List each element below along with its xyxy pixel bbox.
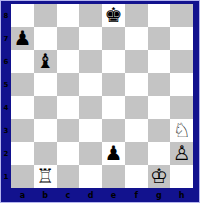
square-d8[interactable]: [79, 4, 102, 27]
square-a1[interactable]: [11, 165, 34, 188]
square-f8[interactable]: [125, 4, 148, 27]
square-h2[interactable]: ♙: [170, 142, 193, 165]
file-label-h: h: [170, 188, 193, 202]
square-e2[interactable]: ♟: [102, 142, 125, 165]
black-pawn-piece[interactable]: ♟: [13, 27, 31, 50]
white-rook-piece[interactable]: ♖: [36, 165, 54, 188]
square-a6[interactable]: [11, 50, 34, 73]
square-g4[interactable]: [148, 96, 171, 119]
square-e8[interactable]: ♚: [102, 4, 125, 27]
square-h4[interactable]: [170, 96, 193, 119]
square-b4[interactable]: [34, 96, 57, 119]
square-h3[interactable]: ♘: [170, 119, 193, 142]
square-f6[interactable]: [125, 50, 148, 73]
square-d4[interactable]: [79, 96, 102, 119]
square-a3[interactable]: [11, 119, 34, 142]
square-h5[interactable]: [170, 73, 193, 96]
square-c2[interactable]: [57, 142, 80, 165]
rank-label-2: 2: [1, 142, 11, 165]
square-b5[interactable]: [34, 73, 57, 96]
square-g5[interactable]: [148, 73, 171, 96]
file-label-f: f: [125, 188, 148, 202]
square-e3[interactable]: [102, 119, 125, 142]
square-b2[interactable]: [34, 142, 57, 165]
square-a8[interactable]: [11, 4, 34, 27]
square-h1[interactable]: [170, 165, 193, 188]
square-c7[interactable]: [57, 27, 80, 50]
square-g1[interactable]: ♔: [148, 165, 171, 188]
square-d6[interactable]: [79, 50, 102, 73]
file-label-b: b: [34, 188, 57, 202]
rank-label-5: 5: [1, 73, 11, 96]
file-label-a: a: [11, 188, 34, 202]
white-knight-piece[interactable]: ♘: [173, 119, 191, 142]
square-d2[interactable]: [79, 142, 102, 165]
square-d7[interactable]: [79, 27, 102, 50]
square-g6[interactable]: [148, 50, 171, 73]
square-e7[interactable]: [102, 27, 125, 50]
square-h8[interactable]: [170, 4, 193, 27]
square-h7[interactable]: [170, 27, 193, 50]
square-b3[interactable]: [34, 119, 57, 142]
square-d5[interactable]: [79, 73, 102, 96]
black-king-piece[interactable]: ♚: [104, 4, 122, 27]
square-d1[interactable]: [79, 165, 102, 188]
rank-label-4: 4: [1, 96, 11, 119]
square-a7[interactable]: ♟: [11, 27, 34, 50]
square-c3[interactable]: [57, 119, 80, 142]
rank-label-6: 6: [1, 50, 11, 73]
rank-labels: 87654321: [1, 4, 11, 188]
file-label-c: c: [57, 188, 80, 202]
white-king-piece[interactable]: ♔: [150, 165, 168, 188]
square-e4[interactable]: [102, 96, 125, 119]
square-f3[interactable]: [125, 119, 148, 142]
square-g3[interactable]: [148, 119, 171, 142]
square-h6[interactable]: [170, 50, 193, 73]
file-label-g: g: [148, 188, 171, 202]
square-f5[interactable]: [125, 73, 148, 96]
square-e5[interactable]: [102, 73, 125, 96]
square-g2[interactable]: [148, 142, 171, 165]
square-a4[interactable]: [11, 96, 34, 119]
rank-label-7: 7: [1, 27, 11, 50]
square-f4[interactable]: [125, 96, 148, 119]
square-f1[interactable]: [125, 165, 148, 188]
square-e1[interactable]: [102, 165, 125, 188]
square-g8[interactable]: [148, 4, 171, 27]
black-bishop-piece[interactable]: ♝: [36, 50, 54, 73]
square-b6[interactable]: ♝: [34, 50, 57, 73]
file-label-e: e: [102, 188, 125, 202]
square-d3[interactable]: [79, 119, 102, 142]
square-a5[interactable]: [11, 73, 34, 96]
square-c4[interactable]: [57, 96, 80, 119]
chessboard[interactable]: ♚♟♝♘♟♙♖♔: [11, 4, 193, 188]
square-g7[interactable]: [148, 27, 171, 50]
black-pawn-piece[interactable]: ♟: [104, 142, 122, 165]
square-b7[interactable]: [34, 27, 57, 50]
rank-label-8: 8: [1, 4, 11, 27]
square-c5[interactable]: [57, 73, 80, 96]
rank-label-3: 3: [1, 119, 11, 142]
white-pawn-piece[interactable]: ♙: [173, 142, 191, 165]
file-label-d: d: [79, 188, 102, 202]
square-a2[interactable]: [11, 142, 34, 165]
square-b1[interactable]: ♖: [34, 165, 57, 188]
square-f2[interactable]: [125, 142, 148, 165]
square-f7[interactable]: [125, 27, 148, 50]
square-c6[interactable]: [57, 50, 80, 73]
square-b8[interactable]: [34, 4, 57, 27]
rank-label-1: 1: [1, 165, 11, 188]
square-c1[interactable]: [57, 165, 80, 188]
board-frame: 87654321 ♚♟♝♘♟♙♖♔ abcdefgh: [0, 0, 200, 203]
file-labels: abcdefgh: [11, 188, 193, 202]
square-c8[interactable]: [57, 4, 80, 27]
square-e6[interactable]: [102, 50, 125, 73]
